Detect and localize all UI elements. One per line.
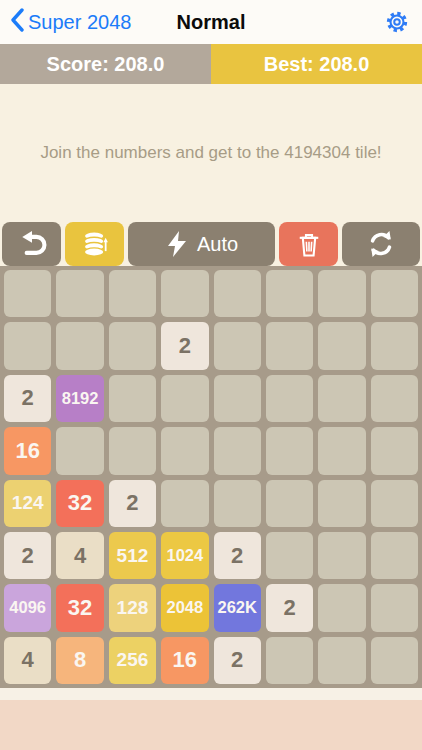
goal-message: Join the numbers and get to the 4194304 … — [40, 143, 381, 163]
trash-icon — [294, 228, 324, 260]
tile-16: 16 — [4, 427, 51, 474]
empty-cell — [56, 427, 103, 474]
back-button[interactable]: Super 2048 — [0, 7, 131, 38]
empty-cell — [371, 480, 418, 527]
empty-cell — [266, 532, 313, 579]
tile-2: 2 — [4, 375, 51, 422]
empty-cell — [266, 637, 313, 684]
empty-cell — [371, 375, 418, 422]
tile-128: 128 — [109, 584, 156, 631]
tile-124: 124 — [4, 480, 51, 527]
auto-label: Auto — [197, 233, 238, 256]
tile-2048: 2048 — [161, 584, 208, 631]
empty-cell — [161, 270, 208, 317]
tile-2: 2 — [214, 637, 261, 684]
trash-button[interactable] — [279, 222, 338, 266]
lightning-bolt-icon — [165, 230, 189, 258]
undo-button[interactable] — [2, 222, 61, 266]
nav-bar: Super 2048 Normal — [0, 0, 422, 44]
coin-stack-icon — [79, 228, 111, 260]
auto-button[interactable]: Auto — [128, 222, 275, 266]
tile-4: 4 — [56, 532, 103, 579]
empty-cell — [318, 480, 365, 527]
best-score-value: Best: 208.0 — [211, 44, 422, 84]
footer-band — [0, 700, 422, 750]
tile-512: 512 — [109, 532, 156, 579]
empty-cell — [214, 375, 261, 422]
tile-262K: 262K — [214, 584, 261, 631]
board-grid: 2281921612432224512102424096321282048262… — [4, 270, 418, 684]
empty-cell — [266, 375, 313, 422]
empty-cell — [109, 322, 156, 369]
tile-1024: 1024 — [161, 532, 208, 579]
tile-32: 32 — [56, 584, 103, 631]
empty-cell — [214, 427, 261, 474]
empty-cell — [266, 480, 313, 527]
empty-cell — [371, 532, 418, 579]
empty-cell — [371, 270, 418, 317]
empty-cell — [109, 270, 156, 317]
empty-cell — [318, 637, 365, 684]
empty-cell — [56, 322, 103, 369]
below-board-strip — [0, 688, 422, 700]
empty-cell — [371, 322, 418, 369]
empty-cell — [56, 270, 103, 317]
empty-cell — [214, 480, 261, 527]
empty-cell — [161, 480, 208, 527]
empty-cell — [318, 584, 365, 631]
empty-cell — [266, 427, 313, 474]
back-chevron-icon — [10, 7, 24, 38]
empty-cell — [371, 637, 418, 684]
app-screen: Super 2048 Normal Score: 208.0 Best: 208… — [0, 0, 422, 750]
empty-cell — [161, 375, 208, 422]
tile-2: 2 — [109, 480, 156, 527]
empty-cell — [318, 427, 365, 474]
empty-cell — [318, 532, 365, 579]
empty-cell — [109, 427, 156, 474]
empty-cell — [318, 322, 365, 369]
coins-button[interactable] — [65, 222, 124, 266]
tile-8: 8 — [56, 637, 103, 684]
message-area: Join the numbers and get to the 4194304 … — [0, 84, 422, 222]
empty-cell — [318, 375, 365, 422]
empty-cell — [318, 270, 365, 317]
tile-256: 256 — [109, 637, 156, 684]
tile-4: 4 — [4, 637, 51, 684]
tile-2: 2 — [266, 584, 313, 631]
restart-button[interactable] — [342, 222, 420, 266]
tile-16: 16 — [161, 637, 208, 684]
toolbar: Auto — [0, 222, 422, 266]
empty-cell — [214, 322, 261, 369]
empty-cell — [4, 322, 51, 369]
settings-gear-icon[interactable] — [384, 9, 410, 35]
undo-icon — [16, 228, 48, 260]
empty-cell — [214, 270, 261, 317]
tile-2: 2 — [161, 322, 208, 369]
score-value: Score: 208.0 — [0, 44, 211, 84]
tile-8192: 8192 — [56, 375, 103, 422]
empty-cell — [266, 270, 313, 317]
empty-cell — [109, 375, 156, 422]
empty-cell — [161, 427, 208, 474]
empty-cell — [371, 584, 418, 631]
game-board[interactable]: 2281921612432224512102424096321282048262… — [0, 266, 422, 688]
empty-cell — [4, 270, 51, 317]
restart-icon — [365, 228, 397, 260]
empty-cell — [266, 322, 313, 369]
tile-4096: 4096 — [4, 584, 51, 631]
back-label: Super 2048 — [28, 11, 131, 34]
score-bar: Score: 208.0 Best: 208.0 — [0, 44, 422, 84]
tile-32: 32 — [56, 480, 103, 527]
empty-cell — [371, 427, 418, 474]
tile-2: 2 — [214, 532, 261, 579]
tile-2: 2 — [4, 532, 51, 579]
